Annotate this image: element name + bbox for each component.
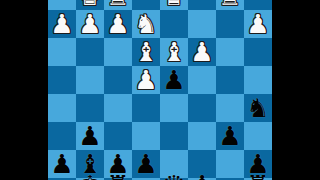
- square-d4: ♟: [160, 66, 188, 94]
- black-pawn-b6: ♟: [216, 122, 244, 150]
- black-pawn-e7: ♟: [132, 150, 160, 178]
- square-d3: ♝: [160, 38, 188, 66]
- square-f2: ♟: [104, 10, 132, 38]
- square-b5: [216, 94, 244, 122]
- square-h3: [48, 38, 76, 66]
- square-h7: ♟: [48, 150, 76, 178]
- square-e5: [132, 94, 160, 122]
- white-rook-b1: ♜: [216, 0, 244, 10]
- square-g6: ♟: [76, 122, 104, 150]
- square-b2: [216, 10, 244, 38]
- square-c1: [188, 0, 216, 10]
- white-pawn-g2: ♟: [76, 10, 104, 38]
- square-b8: [216, 178, 244, 180]
- square-b1: ♜: [216, 0, 244, 10]
- square-c5: [188, 94, 216, 122]
- square-d1: ♛: [160, 0, 188, 10]
- white-queen-d1: ♛: [160, 0, 188, 10]
- square-f3: [104, 38, 132, 66]
- square-f4: [104, 66, 132, 94]
- square-e4: ♟: [132, 66, 160, 94]
- square-h2: ♟: [48, 10, 76, 38]
- square-g5: [76, 94, 104, 122]
- square-h8: [48, 178, 76, 180]
- square-h6: [48, 122, 76, 150]
- black-pawn-h7: ♟: [48, 150, 76, 178]
- square-c4: [188, 66, 216, 94]
- square-d6: [160, 122, 188, 150]
- black-king-g8: ♚: [76, 171, 104, 180]
- square-c3: ♟: [188, 38, 216, 66]
- square-g4: [76, 66, 104, 94]
- square-a3: [244, 38, 272, 66]
- square-a4: [244, 66, 272, 94]
- white-bishop-d3: ♝: [160, 38, 188, 66]
- square-e6: [132, 122, 160, 150]
- square-f6: [104, 122, 132, 150]
- square-g2: ♟: [76, 10, 104, 38]
- white-pawn-e4: ♟: [132, 66, 160, 94]
- square-c8: ♝: [188, 178, 216, 180]
- square-b4: [216, 66, 244, 94]
- square-a8: ♜: [244, 178, 272, 180]
- square-e3: ♝: [132, 38, 160, 66]
- black-pawn-g6: ♟: [76, 122, 104, 150]
- letterbox-left-bar: [0, 0, 48, 180]
- square-g8: ♚: [76, 178, 104, 180]
- white-pawn-f2: ♟: [104, 10, 132, 38]
- square-f5: [104, 94, 132, 122]
- square-g3: [76, 38, 104, 66]
- square-b3: [216, 38, 244, 66]
- square-a6: [244, 122, 272, 150]
- square-c2: [188, 10, 216, 38]
- square-c6: [188, 122, 216, 150]
- chess-board: ♚♜♛♜♟♟♟♞♟♝♝♟♟♟♞♟♟♟♝♟♟♟♚♜♛♝♜: [48, 0, 272, 180]
- black-pawn-d4: ♟: [160, 66, 188, 94]
- square-d5: [160, 94, 188, 122]
- white-knight-e2: ♞: [132, 10, 160, 38]
- black-rook-a8: ♜: [244, 171, 272, 180]
- square-e8: [132, 178, 160, 180]
- white-pawn-c3: ♟: [188, 38, 216, 66]
- black-knight-a5: ♞: [244, 94, 272, 122]
- square-b7: [216, 150, 244, 178]
- black-queen-d8: ♛: [160, 171, 188, 180]
- square-b6: ♟: [216, 122, 244, 150]
- video-frame: ♚♜♛♜♟♟♟♞♟♝♝♟♟♟♞♟♟♟♝♟♟♟♚♜♛♝♜: [0, 0, 320, 180]
- white-bishop-e3: ♝: [132, 38, 160, 66]
- square-a2: ♟: [244, 10, 272, 38]
- square-f8: ♜: [104, 178, 132, 180]
- square-e2: ♞: [132, 10, 160, 38]
- black-rook-f8: ♜: [104, 171, 132, 180]
- white-pawn-h2: ♟: [48, 10, 76, 38]
- square-d2: [160, 10, 188, 38]
- square-d8: ♛: [160, 178, 188, 180]
- black-bishop-c8: ♝: [188, 171, 216, 180]
- square-h4: [48, 66, 76, 94]
- white-pawn-a2: ♟: [244, 10, 272, 38]
- square-h5: [48, 94, 76, 122]
- letterbox-right-bar: [272, 0, 320, 180]
- square-a5: ♞: [244, 94, 272, 122]
- square-e7: ♟: [132, 150, 160, 178]
